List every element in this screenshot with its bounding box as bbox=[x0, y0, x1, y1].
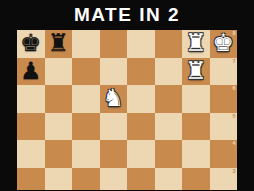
square-e8[interactable] bbox=[127, 30, 155, 58]
square-d3[interactable] bbox=[100, 168, 128, 191]
square-b5[interactable] bbox=[45, 113, 73, 141]
square-e4[interactable] bbox=[127, 140, 155, 168]
square-a4[interactable] bbox=[17, 140, 45, 168]
square-d6[interactable]: ♞ bbox=[100, 85, 128, 113]
square-a5[interactable] bbox=[17, 113, 45, 141]
square-g7[interactable]: ♜ bbox=[182, 58, 210, 86]
rank-label-7: 7 bbox=[232, 58, 235, 65]
square-d8[interactable] bbox=[100, 30, 128, 58]
white-knight: ♞ bbox=[102, 85, 124, 113]
square-c7[interactable] bbox=[72, 58, 100, 86]
white-king: ♚ bbox=[212, 30, 234, 58]
chess-board: ♚♜♜8♚♟♜7♞6543 bbox=[17, 30, 237, 190]
board-viewport: ♚♜♜8♚♟♜7♞6543 bbox=[17, 30, 238, 190]
square-a7[interactable]: ♟ bbox=[17, 58, 45, 86]
square-a6[interactable] bbox=[17, 85, 45, 113]
black-rook: ♜ bbox=[47, 30, 69, 58]
square-g4[interactable] bbox=[182, 140, 210, 168]
square-c3[interactable] bbox=[72, 168, 100, 191]
square-d4[interactable] bbox=[100, 140, 128, 168]
square-c4[interactable] bbox=[72, 140, 100, 168]
square-f7[interactable] bbox=[155, 58, 183, 86]
square-a3[interactable] bbox=[17, 168, 45, 191]
square-e7[interactable] bbox=[127, 58, 155, 86]
title-bar: MATE IN 2 bbox=[0, 0, 254, 30]
puzzle-title: MATE IN 2 bbox=[74, 4, 180, 26]
square-f3[interactable] bbox=[155, 168, 183, 191]
puzzle-card: MATE IN 2 ♚♜♜8♚♟♜7♞6543 bbox=[0, 0, 254, 190]
square-f4[interactable] bbox=[155, 140, 183, 168]
square-f6[interactable] bbox=[155, 85, 183, 113]
square-e5[interactable] bbox=[127, 113, 155, 141]
black-king: ♚ bbox=[20, 30, 42, 58]
square-d7[interactable] bbox=[100, 58, 128, 86]
square-h7[interactable]: 7 bbox=[210, 58, 238, 86]
rank-label-8: 8 bbox=[232, 30, 235, 37]
square-h8[interactable]: 8♚ bbox=[210, 30, 238, 58]
rank-label-3: 3 bbox=[232, 168, 235, 175]
square-b8[interactable]: ♜ bbox=[45, 30, 73, 58]
square-b3[interactable] bbox=[45, 168, 73, 191]
black-pawn: ♟ bbox=[20, 58, 42, 86]
square-b7[interactable] bbox=[45, 58, 73, 86]
square-h3[interactable]: 3 bbox=[210, 168, 238, 191]
square-f5[interactable] bbox=[155, 113, 183, 141]
square-h5[interactable]: 5 bbox=[210, 113, 238, 141]
square-b6[interactable] bbox=[45, 85, 73, 113]
square-c8[interactable] bbox=[72, 30, 100, 58]
white-rook: ♜ bbox=[185, 58, 207, 86]
white-rook: ♜ bbox=[185, 30, 207, 58]
square-c6[interactable] bbox=[72, 85, 100, 113]
square-d5[interactable] bbox=[100, 113, 128, 141]
square-b4[interactable] bbox=[45, 140, 73, 168]
rank-label-4: 4 bbox=[232, 140, 235, 147]
square-c5[interactable] bbox=[72, 113, 100, 141]
square-g6[interactable] bbox=[182, 85, 210, 113]
square-h4[interactable]: 4 bbox=[210, 140, 238, 168]
square-h6[interactable]: 6 bbox=[210, 85, 238, 113]
square-e3[interactable] bbox=[127, 168, 155, 191]
square-g3[interactable] bbox=[182, 168, 210, 191]
rank-label-5: 5 bbox=[232, 113, 235, 120]
square-g5[interactable] bbox=[182, 113, 210, 141]
square-e6[interactable] bbox=[127, 85, 155, 113]
square-g8[interactable]: ♜ bbox=[182, 30, 210, 58]
rank-label-6: 6 bbox=[232, 85, 235, 92]
square-f8[interactable] bbox=[155, 30, 183, 58]
square-a8[interactable]: ♚ bbox=[17, 30, 45, 58]
